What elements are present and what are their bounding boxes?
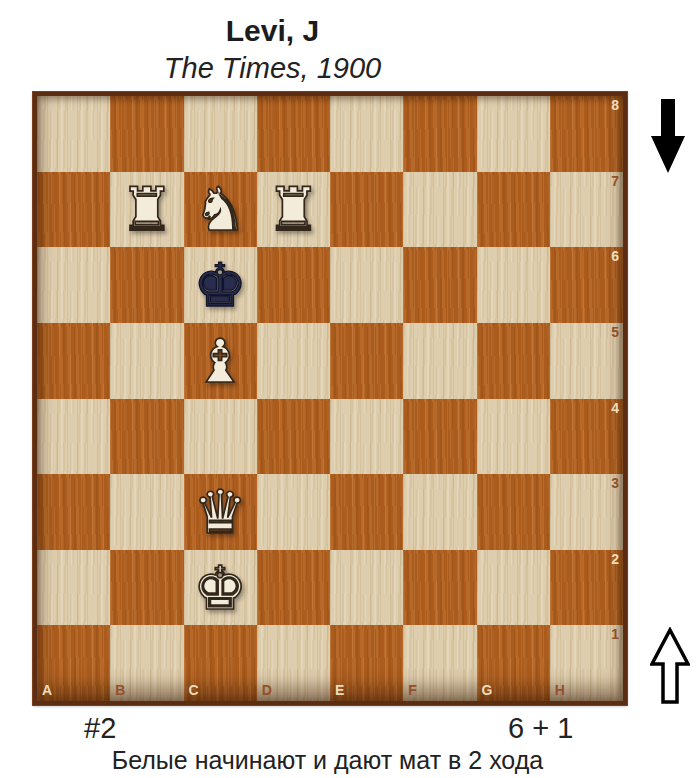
white-rook[interactable]: ♜: [266, 179, 320, 239]
square-a2[interactable]: [37, 550, 110, 626]
file-label-d: D: [262, 683, 272, 697]
white-rook[interactable]: ♜: [120, 179, 174, 239]
square-a5[interactable]: [37, 323, 110, 399]
square-d8[interactable]: [257, 96, 330, 172]
caption-text: Белые начинают и дают мат в 2 хода: [0, 746, 655, 775]
black-king[interactable]: ♚: [193, 255, 247, 315]
square-b2[interactable]: [110, 550, 183, 626]
square-c3[interactable]: ♛: [184, 474, 257, 550]
square-d3[interactable]: [257, 474, 330, 550]
file-label-b: B: [115, 683, 125, 697]
rank-label-4: 4: [611, 401, 619, 415]
square-b5[interactable]: [110, 323, 183, 399]
square-b8[interactable]: [110, 96, 183, 172]
square-e5[interactable]: [330, 323, 403, 399]
square-c4[interactable]: [184, 399, 257, 475]
square-f5[interactable]: [403, 323, 476, 399]
square-e7[interactable]: [330, 172, 403, 248]
square-d2[interactable]: [257, 550, 330, 626]
white-queen[interactable]: ♛: [193, 482, 247, 542]
file-label-c: C: [189, 683, 199, 697]
square-e3[interactable]: [330, 474, 403, 550]
square-e4[interactable]: [330, 399, 403, 475]
rank-label-5: 5: [611, 325, 619, 339]
square-g2[interactable]: [477, 550, 550, 626]
square-f6[interactable]: [403, 247, 476, 323]
rank-label-7: 7: [611, 174, 619, 188]
square-a3[interactable]: [37, 474, 110, 550]
stipulation-mate-in-2: #2: [84, 712, 116, 745]
square-f4[interactable]: [403, 399, 476, 475]
white-knight[interactable]: ♞: [193, 179, 247, 239]
square-g3[interactable]: [477, 474, 550, 550]
square-d5[interactable]: [257, 323, 330, 399]
square-e8[interactable]: [330, 96, 403, 172]
file-label-g: G: [482, 683, 493, 697]
white-up-arrow-icon: [650, 627, 690, 709]
square-f2[interactable]: [403, 550, 476, 626]
rank-label-1: 1: [611, 627, 619, 641]
square-c6[interactable]: ♚: [184, 247, 257, 323]
square-g8[interactable]: [477, 96, 550, 172]
square-g6[interactable]: [477, 247, 550, 323]
square-b4[interactable]: [110, 399, 183, 475]
square-g7[interactable]: [477, 172, 550, 248]
source-citation: The Times, 1900: [0, 50, 545, 88]
composer-name: Levi, J: [0, 12, 545, 50]
square-b3[interactable]: [110, 474, 183, 550]
file-label-a: A: [42, 683, 52, 697]
chess-board-grid: ♜♞♜♚♝♛♚: [37, 96, 623, 701]
square-d4[interactable]: [257, 399, 330, 475]
white-bishop[interactable]: ♝: [193, 331, 247, 391]
white-king[interactable]: ♚: [193, 558, 247, 618]
rank-label-2: 2: [611, 552, 619, 566]
square-g4[interactable]: [477, 399, 550, 475]
square-c5[interactable]: ♝: [184, 323, 257, 399]
black-down-arrow-icon: [651, 99, 685, 177]
square-d7[interactable]: ♜: [257, 172, 330, 248]
square-c7[interactable]: ♞: [184, 172, 257, 248]
square-a7[interactable]: [37, 172, 110, 248]
square-e6[interactable]: [330, 247, 403, 323]
rank-label-3: 3: [611, 476, 619, 490]
square-a6[interactable]: [37, 247, 110, 323]
square-f7[interactable]: [403, 172, 476, 248]
material-count: 6 + 1: [508, 712, 573, 745]
file-label-e: E: [335, 683, 344, 697]
square-c2[interactable]: ♚: [184, 550, 257, 626]
square-b7[interactable]: ♜: [110, 172, 183, 248]
square-d6[interactable]: [257, 247, 330, 323]
header: Levi, J The Times, 1900: [0, 12, 545, 87]
file-label-h: H: [555, 683, 565, 697]
square-a8[interactable]: [37, 96, 110, 172]
rank-label-8: 8: [611, 98, 619, 112]
square-a4[interactable]: [37, 399, 110, 475]
chess-board: ♜♞♜♚♝♛♚ 87654321ABCDEFGH: [33, 92, 627, 705]
square-e2[interactable]: [330, 550, 403, 626]
rank-label-6: 6: [611, 249, 619, 263]
square-f3[interactable]: [403, 474, 476, 550]
file-label-f: F: [408, 683, 417, 697]
square-f8[interactable]: [403, 96, 476, 172]
square-g5[interactable]: [477, 323, 550, 399]
square-b6[interactable]: [110, 247, 183, 323]
square-c8[interactable]: [184, 96, 257, 172]
